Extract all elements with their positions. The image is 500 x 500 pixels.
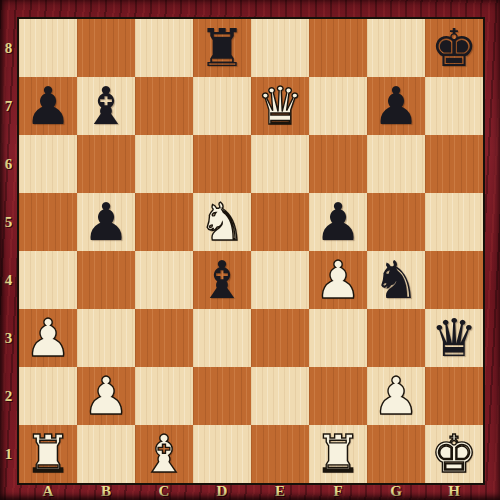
- rank-label-5: 5: [0, 193, 17, 251]
- square-h6[interactable]: [425, 135, 483, 193]
- square-d5[interactable]: ♞: [193, 193, 251, 251]
- square-e6[interactable]: [251, 135, 309, 193]
- square-d3[interactable]: [193, 309, 251, 367]
- square-c4[interactable]: [135, 251, 193, 309]
- square-f7[interactable]: [309, 77, 367, 135]
- square-g1[interactable]: [367, 425, 425, 483]
- file-label-h: H: [425, 483, 483, 499]
- square-a8[interactable]: [19, 19, 77, 77]
- square-g3[interactable]: [367, 309, 425, 367]
- square-e8[interactable]: [251, 19, 309, 77]
- rank-label-3: 3: [0, 309, 17, 367]
- white-bishop-piece: ♝: [141, 425, 188, 483]
- black-pawn-piece: ♟: [373, 77, 420, 135]
- white-pawn-piece: ♟: [83, 367, 130, 425]
- square-e2[interactable]: [251, 367, 309, 425]
- square-g8[interactable]: [367, 19, 425, 77]
- square-a7[interactable]: ♟: [19, 77, 77, 135]
- square-f5[interactable]: ♟: [309, 193, 367, 251]
- rank-label-7: 7: [0, 77, 17, 135]
- black-bishop-piece: ♝: [83, 77, 130, 135]
- file-label-e: E: [251, 483, 309, 499]
- white-queen-piece: ♛: [257, 77, 304, 135]
- black-king-piece: ♚: [431, 19, 478, 77]
- black-pawn-piece: ♟: [25, 77, 72, 135]
- file-label-b: B: [77, 483, 135, 499]
- white-king-piece: ♚: [431, 425, 478, 483]
- square-g5[interactable]: [367, 193, 425, 251]
- square-h3[interactable]: ♛: [425, 309, 483, 367]
- square-d4[interactable]: ♝: [193, 251, 251, 309]
- square-d8[interactable]: ♜: [193, 19, 251, 77]
- square-f4[interactable]: ♟: [309, 251, 367, 309]
- square-e7[interactable]: ♛: [251, 77, 309, 135]
- black-rook-piece: ♜: [199, 19, 246, 77]
- file-label-g: G: [367, 483, 425, 499]
- square-b6[interactable]: [77, 135, 135, 193]
- rank-label-4: 4: [0, 251, 17, 309]
- square-f6[interactable]: [309, 135, 367, 193]
- white-knight-piece: ♞: [199, 193, 246, 251]
- white-pawn-piece: ♟: [373, 367, 420, 425]
- square-b4[interactable]: [77, 251, 135, 309]
- square-g2[interactable]: ♟: [367, 367, 425, 425]
- black-pawn-piece: ♟: [83, 193, 130, 251]
- square-c6[interactable]: [135, 135, 193, 193]
- square-e4[interactable]: [251, 251, 309, 309]
- square-f1[interactable]: ♜: [309, 425, 367, 483]
- rank-label-8: 8: [0, 19, 17, 77]
- square-b1[interactable]: [77, 425, 135, 483]
- file-label-f: F: [309, 483, 367, 499]
- square-b5[interactable]: ♟: [77, 193, 135, 251]
- square-b2[interactable]: ♟: [77, 367, 135, 425]
- black-bishop-piece: ♝: [199, 251, 246, 309]
- chess-board: ♜♚♟♝♛♟♟♞♟♝♟♞♟♛♟♟♜♝♜♚: [17, 17, 485, 485]
- square-a2[interactable]: [19, 367, 77, 425]
- square-g4[interactable]: ♞: [367, 251, 425, 309]
- rank-label-6: 6: [0, 135, 17, 193]
- square-c3[interactable]: [135, 309, 193, 367]
- black-pawn-piece: ♟: [315, 193, 362, 251]
- white-pawn-piece: ♟: [25, 309, 72, 367]
- square-e5[interactable]: [251, 193, 309, 251]
- square-d7[interactable]: [193, 77, 251, 135]
- white-rook-piece: ♜: [25, 425, 72, 483]
- square-e3[interactable]: [251, 309, 309, 367]
- square-c2[interactable]: [135, 367, 193, 425]
- rank-label-2: 2: [0, 367, 17, 425]
- white-pawn-piece: ♟: [315, 251, 362, 309]
- square-h4[interactable]: [425, 251, 483, 309]
- square-c1[interactable]: ♝: [135, 425, 193, 483]
- file-label-c: C: [135, 483, 193, 499]
- square-h5[interactable]: [425, 193, 483, 251]
- white-rook-piece: ♜: [315, 425, 362, 483]
- square-c7[interactable]: [135, 77, 193, 135]
- chess-diagram: ♜♚♟♝♛♟♟♞♟♝♟♞♟♛♟♟♜♝♜♚ 87654321 ABCDEFGH: [0, 0, 500, 500]
- square-f2[interactable]: [309, 367, 367, 425]
- square-c5[interactable]: [135, 193, 193, 251]
- square-e1[interactable]: [251, 425, 309, 483]
- square-b3[interactable]: [77, 309, 135, 367]
- square-h8[interactable]: ♚: [425, 19, 483, 77]
- black-knight-piece: ♞: [373, 251, 420, 309]
- square-h2[interactable]: [425, 367, 483, 425]
- square-d6[interactable]: [193, 135, 251, 193]
- file-label-d: D: [193, 483, 251, 499]
- square-a1[interactable]: ♜: [19, 425, 77, 483]
- square-g6[interactable]: [367, 135, 425, 193]
- square-h7[interactable]: [425, 77, 483, 135]
- black-queen-piece: ♛: [431, 309, 478, 367]
- square-g7[interactable]: ♟: [367, 77, 425, 135]
- square-a3[interactable]: ♟: [19, 309, 77, 367]
- square-d2[interactable]: [193, 367, 251, 425]
- file-label-a: A: [19, 483, 77, 499]
- square-b8[interactable]: [77, 19, 135, 77]
- square-a4[interactable]: [19, 251, 77, 309]
- square-a6[interactable]: [19, 135, 77, 193]
- square-h1[interactable]: ♚: [425, 425, 483, 483]
- square-c8[interactable]: [135, 19, 193, 77]
- square-b7[interactable]: ♝: [77, 77, 135, 135]
- square-f3[interactable]: [309, 309, 367, 367]
- square-f8[interactable]: [309, 19, 367, 77]
- square-d1[interactable]: [193, 425, 251, 483]
- square-a5[interactable]: [19, 193, 77, 251]
- rank-label-1: 1: [0, 425, 17, 483]
